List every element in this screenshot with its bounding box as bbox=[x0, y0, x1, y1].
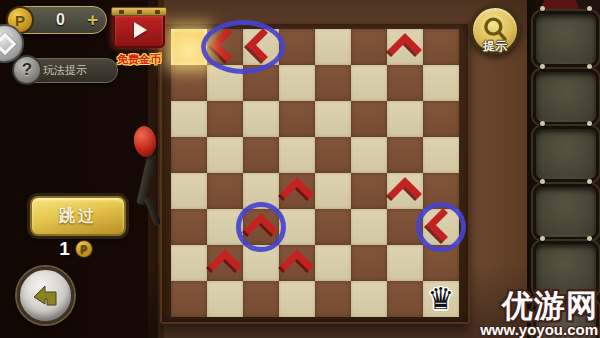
board-cell-r3c7[interactable] bbox=[423, 137, 459, 173]
marquee-decoration bbox=[111, 7, 167, 16]
board-cell-r4c3[interactable] bbox=[279, 173, 315, 209]
red-up-arrow bbox=[388, 33, 422, 67]
board-cell-r2c5[interactable] bbox=[351, 101, 387, 137]
board-cell-r0c7[interactable] bbox=[423, 29, 459, 65]
board-cell-r4c6[interactable] bbox=[387, 173, 423, 209]
board-cell-r4c0[interactable] bbox=[171, 173, 207, 209]
board-cell-r4c5[interactable] bbox=[351, 173, 387, 209]
board-cell-r6c7[interactable] bbox=[423, 245, 459, 281]
board-cell-r5c5[interactable] bbox=[351, 209, 387, 245]
board-cell-r2c7[interactable] bbox=[423, 101, 459, 137]
board-cell-r1c6[interactable] bbox=[387, 65, 423, 101]
skip-label: 跳过 bbox=[59, 206, 97, 227]
board-cell-r6c2[interactable] bbox=[243, 245, 279, 281]
board-cell-r7c6[interactable] bbox=[387, 281, 423, 317]
inventory-slot-2[interactable] bbox=[533, 69, 599, 125]
board-cell-r1c4[interactable] bbox=[315, 65, 351, 101]
watermark-url: www.yoyou.com bbox=[480, 322, 598, 337]
board-cell-r2c6[interactable] bbox=[387, 101, 423, 137]
board-cell-r0c6[interactable] bbox=[387, 29, 423, 65]
free-coins-label: 免费金币 bbox=[112, 52, 166, 67]
board-cell-r7c1[interactable] bbox=[207, 281, 243, 317]
watermark-site: 优游网 bbox=[480, 290, 598, 322]
board-cell-r5c1[interactable] bbox=[207, 209, 243, 245]
board-cell-r7c0[interactable] bbox=[171, 281, 207, 317]
watermark: 优游网 www.yoyou.com bbox=[480, 290, 598, 337]
board-cell-r1c3[interactable] bbox=[279, 65, 315, 101]
board-cell-r6c4[interactable] bbox=[315, 245, 351, 281]
coin-counter: P 0 + bbox=[8, 6, 107, 34]
board-cell-r2c0[interactable] bbox=[171, 101, 207, 137]
board-cell-r2c3[interactable] bbox=[279, 101, 315, 137]
board-cell-r5c7[interactable] bbox=[423, 209, 459, 245]
board-cell-r4c1[interactable] bbox=[207, 173, 243, 209]
diamond-icon bbox=[0, 32, 16, 55]
board-cell-r6c3[interactable] bbox=[279, 245, 315, 281]
red-left-arrow bbox=[426, 208, 460, 242]
board-cell-r1c0[interactable] bbox=[171, 65, 207, 101]
board-cell-r4c7[interactable] bbox=[423, 173, 459, 209]
board-cell-r1c5[interactable] bbox=[351, 65, 387, 101]
skip-cost-value: 1 bbox=[59, 238, 70, 260]
board-cell-r3c6[interactable] bbox=[387, 137, 423, 173]
red-up-arrow bbox=[280, 177, 314, 211]
board-cell-r0c2[interactable] bbox=[243, 29, 279, 65]
board-cell-r1c2[interactable] bbox=[243, 65, 279, 101]
inventory-slot-3[interactable] bbox=[533, 126, 599, 182]
skip-cost: 1 P bbox=[30, 238, 122, 260]
board-cell-r0c5[interactable] bbox=[351, 29, 387, 65]
board-cell-r3c1[interactable] bbox=[207, 137, 243, 173]
back-button[interactable] bbox=[17, 267, 74, 324]
board-cell-r6c1[interactable] bbox=[207, 245, 243, 281]
red-left-arrow bbox=[210, 28, 244, 62]
board-cell-r6c0[interactable] bbox=[171, 245, 207, 281]
board-cell-r5c4[interactable] bbox=[315, 209, 351, 245]
board-cell-r3c2[interactable] bbox=[243, 137, 279, 173]
puzzle-board-frame: ♛ bbox=[160, 22, 470, 324]
coin-count-value: 0 bbox=[34, 11, 87, 29]
board-cell-r0c0[interactable] bbox=[171, 29, 207, 65]
board-cell-r4c4[interactable] bbox=[315, 173, 351, 209]
black-queen-piece[interactable]: ♛ bbox=[428, 282, 455, 316]
board-cell-r3c4[interactable] bbox=[315, 137, 351, 173]
board-cell-r2c2[interactable] bbox=[243, 101, 279, 137]
board-cell-r0c3[interactable] bbox=[279, 29, 315, 65]
add-coins-button[interactable]: + bbox=[87, 9, 98, 31]
skip-button[interactable]: 跳过 bbox=[30, 196, 126, 236]
board-cell-r3c0[interactable] bbox=[171, 137, 207, 173]
red-up-arrow bbox=[388, 177, 422, 211]
free-coins-button[interactable]: 免费金币 bbox=[112, 12, 166, 67]
board-cell-r7c7[interactable]: ♛ bbox=[423, 281, 459, 317]
play-icon bbox=[134, 22, 147, 38]
howto-play-button[interactable]: ? 玩法提示 bbox=[14, 58, 118, 83]
hint-button[interactable]: 提示 bbox=[470, 5, 520, 55]
red-left-arrow bbox=[246, 28, 280, 62]
undo-arrow-icon bbox=[30, 280, 62, 312]
board-cell-r0c1[interactable] bbox=[207, 29, 243, 65]
howto-play-label: 玩法提示 bbox=[43, 63, 87, 78]
hint-label: 提示 bbox=[473, 38, 517, 55]
board-cell-r2c1[interactable] bbox=[207, 101, 243, 137]
video-ad-icon bbox=[113, 12, 165, 48]
board-cell-r7c3[interactable] bbox=[279, 281, 315, 317]
inventory-slot-1[interactable] bbox=[533, 11, 599, 67]
board-cell-r1c1[interactable] bbox=[207, 65, 243, 101]
board-cell-r5c2[interactable] bbox=[243, 209, 279, 245]
board-cell-r4c2[interactable] bbox=[243, 173, 279, 209]
inventory-slot-4[interactable] bbox=[533, 184, 599, 240]
puzzle-board[interactable]: ♛ bbox=[171, 29, 459, 317]
p-coin-icon: P bbox=[75, 240, 93, 258]
board-cell-r7c5[interactable] bbox=[351, 281, 387, 317]
board-cell-r5c6[interactable] bbox=[387, 209, 423, 245]
board-cell-r7c2[interactable] bbox=[243, 281, 279, 317]
red-up-arrow bbox=[244, 213, 278, 247]
game-screen: ♛ P 0 + 免费金币 ? 玩法提示 跳过 1 P 提示 bbox=[0, 0, 600, 338]
board-cell-r5c0[interactable] bbox=[171, 209, 207, 245]
board-cell-r2c4[interactable] bbox=[315, 101, 351, 137]
board-cell-r3c3[interactable] bbox=[279, 137, 315, 173]
board-cell-r6c5[interactable] bbox=[351, 245, 387, 281]
board-cell-r1c7[interactable] bbox=[423, 65, 459, 101]
board-cell-r7c4[interactable] bbox=[315, 281, 351, 317]
board-cell-r3c5[interactable] bbox=[351, 137, 387, 173]
red-up-arrow bbox=[280, 249, 314, 283]
board-cell-r6c6[interactable] bbox=[387, 245, 423, 281]
question-mark-icon: ? bbox=[12, 55, 42, 85]
board-cell-r5c3[interactable] bbox=[279, 209, 315, 245]
red-up-arrow bbox=[208, 249, 242, 283]
board-cell-r0c4[interactable] bbox=[315, 29, 351, 65]
